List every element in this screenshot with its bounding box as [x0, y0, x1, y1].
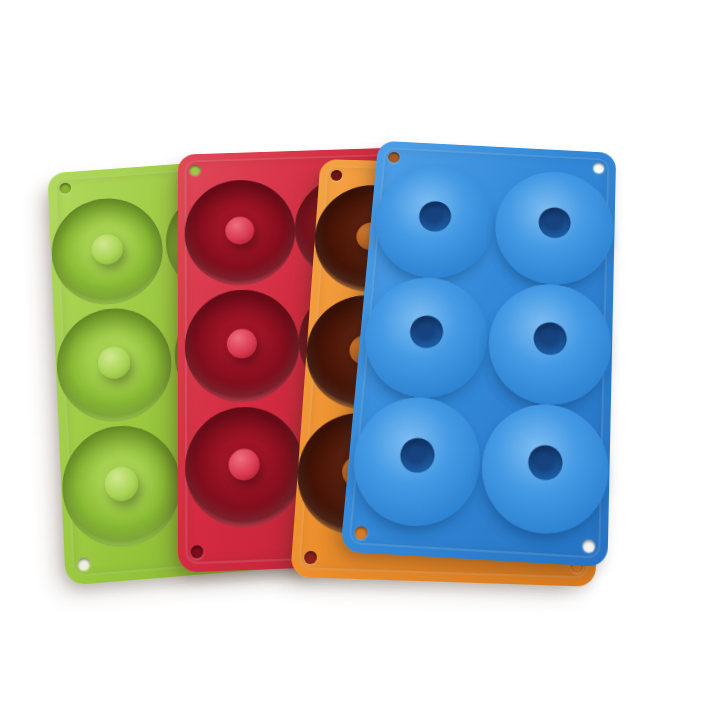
- donut-hole-dimple: [533, 322, 567, 356]
- donut-cavity: [60, 422, 185, 552]
- donut-cavity: [185, 405, 305, 529]
- hanging-hole-bl: [354, 526, 368, 540]
- center-post: [104, 466, 139, 502]
- blue-donut-mold: [340, 141, 616, 567]
- hanging-hole-bl: [191, 545, 204, 559]
- hanging-hole-tl: [59, 183, 71, 195]
- hanging-hole-br: [582, 539, 595, 553]
- donut-bump: [348, 394, 483, 529]
- donut-cavity: [55, 305, 176, 426]
- donut-bump: [478, 401, 609, 537]
- donut-bump: [486, 281, 613, 408]
- center-post: [225, 216, 255, 245]
- product-photo-stage: [0, 0, 710, 710]
- donut-cavity: [185, 288, 301, 404]
- donut-bump: [371, 163, 497, 281]
- hanging-hole-bl: [77, 557, 90, 571]
- donut-bump: [492, 169, 614, 288]
- donut-hole-dimple: [538, 207, 571, 239]
- hanging-hole-tr: [593, 162, 605, 173]
- center-post: [97, 346, 131, 380]
- donut-cavity: [185, 178, 297, 287]
- donut-hole-dimple: [409, 315, 444, 349]
- donut-hole-dimple: [399, 437, 436, 474]
- center-post: [91, 233, 124, 265]
- hanging-hole-tl: [189, 165, 200, 176]
- donut-bump: [360, 275, 490, 401]
- hanging-hole-tl: [388, 152, 400, 163]
- center-post: [227, 329, 258, 360]
- donut-hole-dimple: [418, 201, 452, 233]
- donut-cavity: [50, 195, 167, 309]
- hanging-hole-tl: [330, 170, 342, 181]
- center-post: [228, 448, 260, 481]
- hanging-hole-bl: [304, 551, 318, 565]
- donut-hole-dimple: [528, 445, 563, 482]
